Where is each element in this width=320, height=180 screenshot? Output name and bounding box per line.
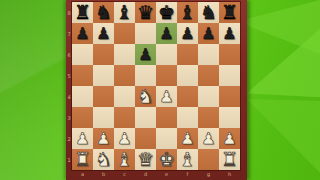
- square-b6[interactable]: [93, 44, 114, 65]
- piece-black-bishop: ♝: [114, 2, 135, 23]
- square-a2[interactable]: ♟: [72, 128, 93, 149]
- piece-white-bishop: ♝: [177, 149, 198, 170]
- square-h2[interactable]: ♟: [219, 128, 240, 149]
- file-labels: abcdefgh: [72, 171, 240, 178]
- piece-white-pawn: ♟: [156, 86, 177, 107]
- file-label-c: c: [114, 171, 135, 178]
- square-a8[interactable]: ♜: [72, 2, 93, 23]
- square-e4[interactable]: ♟: [156, 86, 177, 107]
- piece-black-pawn: ♟: [72, 23, 93, 44]
- piece-white-knight: ♞: [135, 86, 156, 107]
- board-grid: ♜♞♝♛♚♝♞♜♟♟♟♟♟♟♟♞♟♟♟♟♟♟♟♜♞♝♛♚♝♜: [72, 2, 240, 170]
- file-label-e: e: [156, 171, 177, 178]
- square-h3[interactable]: [219, 107, 240, 128]
- piece-white-pawn: ♟: [198, 128, 219, 149]
- square-d2[interactable]: [135, 128, 156, 149]
- piece-white-pawn: ♟: [114, 128, 135, 149]
- square-h7[interactable]: ♟: [219, 23, 240, 44]
- square-d3[interactable]: [135, 107, 156, 128]
- square-c6[interactable]: [114, 44, 135, 65]
- file-label-b: b: [93, 171, 114, 178]
- square-g8[interactable]: ♞: [198, 2, 219, 23]
- piece-black-pawn: ♟: [198, 23, 219, 44]
- square-f2[interactable]: ♟: [177, 128, 198, 149]
- piece-white-pawn: ♟: [177, 128, 198, 149]
- chess-board: 87654321 ♜♞♝♛♚♝♞♜♟♟♟♟♟♟♟♞♟♟♟♟♟♟♟♜♞♝♛♚♝♜ …: [66, 0, 247, 180]
- square-c3[interactable]: [114, 107, 135, 128]
- square-b1[interactable]: ♞: [93, 149, 114, 170]
- square-g1[interactable]: [198, 149, 219, 170]
- square-a4[interactable]: [72, 86, 93, 107]
- piece-black-bishop: ♝: [177, 2, 198, 23]
- square-a5[interactable]: [72, 65, 93, 86]
- square-g3[interactable]: [198, 107, 219, 128]
- square-d7[interactable]: [135, 23, 156, 44]
- piece-black-pawn: ♟: [177, 23, 198, 44]
- file-label-h: h: [219, 171, 240, 178]
- square-e2[interactable]: [156, 128, 177, 149]
- square-b5[interactable]: [93, 65, 114, 86]
- square-d5[interactable]: [135, 65, 156, 86]
- piece-black-king: ♚: [156, 2, 177, 23]
- square-f8[interactable]: ♝: [177, 2, 198, 23]
- square-g2[interactable]: ♟: [198, 128, 219, 149]
- square-b4[interactable]: [93, 86, 114, 107]
- app-background: 87654321 ♜♞♝♛♚♝♞♜♟♟♟♟♟♟♟♞♟♟♟♟♟♟♟♜♞♝♛♚♝♜ …: [0, 0, 320, 180]
- square-f3[interactable]: [177, 107, 198, 128]
- file-label-a: a: [72, 171, 93, 178]
- file-label-f: f: [177, 171, 198, 178]
- square-h6[interactable]: [219, 44, 240, 65]
- square-g5[interactable]: [198, 65, 219, 86]
- square-c1[interactable]: ♝: [114, 149, 135, 170]
- piece-black-pawn: ♟: [135, 44, 156, 65]
- piece-black-knight: ♞: [198, 2, 219, 23]
- square-a7[interactable]: ♟: [72, 23, 93, 44]
- square-c5[interactable]: [114, 65, 135, 86]
- square-d1[interactable]: ♛: [135, 149, 156, 170]
- piece-white-pawn: ♟: [93, 128, 114, 149]
- square-e5[interactable]: [156, 65, 177, 86]
- square-c7[interactable]: [114, 23, 135, 44]
- square-b7[interactable]: ♟: [93, 23, 114, 44]
- piece-white-rook: ♜: [72, 149, 93, 170]
- square-a3[interactable]: [72, 107, 93, 128]
- piece-white-rook: ♜: [219, 149, 240, 170]
- square-c4[interactable]: [114, 86, 135, 107]
- piece-white-pawn: ♟: [219, 128, 240, 149]
- piece-white-bishop: ♝: [114, 149, 135, 170]
- square-h4[interactable]: [219, 86, 240, 107]
- piece-white-king: ♚: [156, 149, 177, 170]
- square-a6[interactable]: [72, 44, 93, 65]
- piece-black-knight: ♞: [93, 2, 114, 23]
- square-h1[interactable]: ♜: [219, 149, 240, 170]
- square-h5[interactable]: [219, 65, 240, 86]
- piece-black-rook: ♜: [72, 2, 93, 23]
- square-d6[interactable]: ♟: [135, 44, 156, 65]
- square-h8[interactable]: ♜: [219, 2, 240, 23]
- piece-black-pawn: ♟: [93, 23, 114, 44]
- piece-black-pawn: ♟: [156, 23, 177, 44]
- square-g6[interactable]: [198, 44, 219, 65]
- square-e6[interactable]: [156, 44, 177, 65]
- piece-black-pawn: ♟: [219, 23, 240, 44]
- square-b8[interactable]: ♞: [93, 2, 114, 23]
- square-f1[interactable]: ♝: [177, 149, 198, 170]
- square-d4[interactable]: ♞: [135, 86, 156, 107]
- square-f4[interactable]: [177, 86, 198, 107]
- square-b3[interactable]: [93, 107, 114, 128]
- piece-white-queen: ♛: [135, 149, 156, 170]
- piece-white-pawn: ♟: [72, 128, 93, 149]
- square-c2[interactable]: ♟: [114, 128, 135, 149]
- square-e8[interactable]: ♚: [156, 2, 177, 23]
- square-g4[interactable]: [198, 86, 219, 107]
- piece-black-queen: ♛: [135, 2, 156, 23]
- square-e3[interactable]: [156, 107, 177, 128]
- square-g7[interactable]: ♟: [198, 23, 219, 44]
- square-e7[interactable]: ♟: [156, 23, 177, 44]
- square-e1[interactable]: ♚: [156, 149, 177, 170]
- square-f5[interactable]: [177, 65, 198, 86]
- square-c8[interactable]: ♝: [114, 2, 135, 23]
- square-f6[interactable]: [177, 44, 198, 65]
- file-label-d: d: [135, 171, 156, 178]
- square-b2[interactable]: ♟: [93, 128, 114, 149]
- piece-black-rook: ♜: [219, 2, 240, 23]
- square-f7[interactable]: ♟: [177, 23, 198, 44]
- square-a1[interactable]: ♜: [72, 149, 93, 170]
- piece-white-knight: ♞: [93, 149, 114, 170]
- square-d8[interactable]: ♛: [135, 2, 156, 23]
- file-label-g: g: [198, 171, 219, 178]
